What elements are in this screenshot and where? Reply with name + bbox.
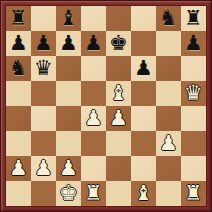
- square-h7[interactable]: ♟: [181, 31, 206, 56]
- square-f3[interactable]: [131, 131, 156, 156]
- white-pawn-piece[interactable]: ♟: [34, 156, 53, 181]
- square-g3[interactable]: ♟: [156, 131, 181, 156]
- white-rook-piece[interactable]: ♜: [84, 181, 103, 206]
- square-c4[interactable]: [56, 106, 81, 131]
- square-h1[interactable]: ♜: [181, 181, 206, 206]
- white-pawn-piece[interactable]: ♟: [84, 106, 103, 131]
- square-d5[interactable]: [81, 81, 106, 106]
- square-f5[interactable]: [131, 81, 156, 106]
- square-g7[interactable]: [156, 31, 181, 56]
- square-d2[interactable]: [81, 156, 106, 181]
- square-c3[interactable]: [56, 131, 81, 156]
- white-pawn-piece[interactable]: ♟: [159, 131, 178, 156]
- white-bishop-piece[interactable]: ♝: [134, 181, 153, 206]
- square-e2[interactable]: [106, 156, 131, 181]
- white-pawn-piece[interactable]: ♟: [109, 106, 128, 131]
- square-e8[interactable]: [106, 6, 131, 31]
- square-d3[interactable]: [81, 131, 106, 156]
- square-g1[interactable]: [156, 181, 181, 206]
- square-f4[interactable]: [131, 106, 156, 131]
- square-a1[interactable]: [6, 181, 31, 206]
- square-g2[interactable]: [156, 156, 181, 181]
- black-rook-piece[interactable]: ♜: [9, 6, 28, 31]
- square-f1[interactable]: ♝: [131, 181, 156, 206]
- square-d7[interactable]: ♟: [81, 31, 106, 56]
- black-pawn-piece[interactable]: ♟: [84, 31, 103, 56]
- square-a4[interactable]: [6, 106, 31, 131]
- square-h2[interactable]: [181, 156, 206, 181]
- square-d8[interactable]: [81, 6, 106, 31]
- square-g4[interactable]: [156, 106, 181, 131]
- square-h4[interactable]: [181, 106, 206, 131]
- white-pawn-piece[interactable]: ♟: [9, 156, 28, 181]
- square-b6[interactable]: ♛: [31, 56, 56, 81]
- black-rook-piece[interactable]: ♜: [184, 6, 203, 31]
- square-e4[interactable]: ♟: [106, 106, 131, 131]
- square-a2[interactable]: ♟: [6, 156, 31, 181]
- square-h8[interactable]: ♜: [181, 6, 206, 31]
- square-c8[interactable]: ♝: [56, 6, 81, 31]
- square-a5[interactable]: [6, 81, 31, 106]
- square-a3[interactable]: [6, 131, 31, 156]
- black-bishop-piece[interactable]: ♝: [59, 6, 78, 31]
- square-g5[interactable]: [156, 81, 181, 106]
- square-g8[interactable]: ♞: [156, 6, 181, 31]
- square-a7[interactable]: ♟: [6, 31, 31, 56]
- white-bishop-piece[interactable]: ♝: [109, 81, 128, 106]
- square-a6[interactable]: ♞: [6, 56, 31, 81]
- square-b2[interactable]: ♟: [31, 156, 56, 181]
- square-e6[interactable]: [106, 56, 131, 81]
- square-h5[interactable]: ♛: [181, 81, 206, 106]
- square-c2[interactable]: ♟: [56, 156, 81, 181]
- white-queen-piece[interactable]: ♛: [184, 81, 203, 106]
- white-pawn-piece[interactable]: ♟: [59, 156, 78, 181]
- square-f7[interactable]: [131, 31, 156, 56]
- square-f6[interactable]: ♟: [131, 56, 156, 81]
- square-c6[interactable]: [56, 56, 81, 81]
- black-pawn-piece[interactable]: ♟: [9, 31, 28, 56]
- white-king-piece[interactable]: ♚: [59, 181, 78, 206]
- white-rook-piece[interactable]: ♜: [184, 181, 203, 206]
- square-f2[interactable]: [131, 156, 156, 181]
- board-frame: ♜♝♞♜♟♟♟♟♚♟♞♛♟♝♛♟♟♟♟♟♟♚♜♝♜: [0, 0, 212, 212]
- square-d6[interactable]: [81, 56, 106, 81]
- black-knight-piece[interactable]: ♞: [9, 56, 28, 81]
- square-g6[interactable]: [156, 56, 181, 81]
- square-d4[interactable]: ♟: [81, 106, 106, 131]
- square-f8[interactable]: [131, 6, 156, 31]
- chess-board: ♜♝♞♜♟♟♟♟♚♟♞♛♟♝♛♟♟♟♟♟♟♚♜♝♜: [6, 6, 206, 206]
- square-b8[interactable]: [31, 6, 56, 31]
- square-b4[interactable]: [31, 106, 56, 131]
- square-b5[interactable]: [31, 81, 56, 106]
- square-c5[interactable]: [56, 81, 81, 106]
- black-king-piece[interactable]: ♚: [109, 31, 128, 56]
- square-e5[interactable]: ♝: [106, 81, 131, 106]
- square-h6[interactable]: [181, 56, 206, 81]
- square-e1[interactable]: [106, 181, 131, 206]
- square-e7[interactable]: ♚: [106, 31, 131, 56]
- square-b3[interactable]: [31, 131, 56, 156]
- black-pawn-piece[interactable]: ♟: [184, 31, 203, 56]
- square-e3[interactable]: [106, 131, 131, 156]
- black-pawn-piece[interactable]: ♟: [34, 31, 53, 56]
- square-b7[interactable]: ♟: [31, 31, 56, 56]
- black-pawn-piece[interactable]: ♟: [134, 56, 153, 81]
- square-d1[interactable]: ♜: [81, 181, 106, 206]
- black-queen-piece[interactable]: ♛: [34, 56, 53, 81]
- black-pawn-piece[interactable]: ♟: [59, 31, 78, 56]
- black-knight-piece[interactable]: ♞: [159, 6, 178, 31]
- square-h3[interactable]: [181, 131, 206, 156]
- square-a8[interactable]: ♜: [6, 6, 31, 31]
- square-c1[interactable]: ♚: [56, 181, 81, 206]
- square-c7[interactable]: ♟: [56, 31, 81, 56]
- square-b1[interactable]: [31, 181, 56, 206]
